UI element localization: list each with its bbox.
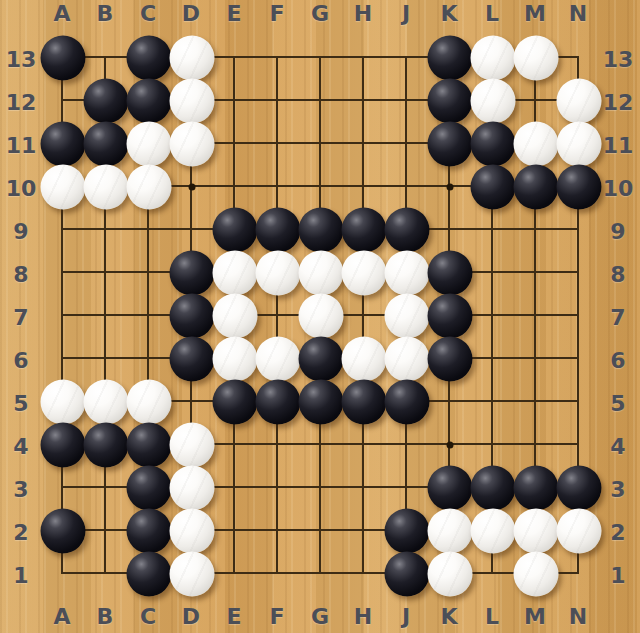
row-label-9: 9 <box>610 219 625 244</box>
white-stone-N11[interactable] <box>557 122 602 167</box>
col-label-J: J <box>402 1 410 26</box>
black-stone-H5[interactable] <box>342 380 387 425</box>
black-stone-H9[interactable] <box>342 208 387 253</box>
black-stone-A13[interactable] <box>41 36 86 81</box>
row-label-7: 7 <box>610 305 625 330</box>
row-label-5: 5 <box>13 391 28 416</box>
white-stone-F8[interactable] <box>256 251 301 296</box>
white-stone-G7[interactable] <box>299 294 344 339</box>
black-stone-F5[interactable] <box>256 380 301 425</box>
col-label-L: L <box>485 604 499 629</box>
white-stone-C11[interactable] <box>127 122 172 167</box>
black-stone-L11[interactable] <box>471 122 516 167</box>
black-stone-C1[interactable] <box>127 552 172 597</box>
col-label-A: A <box>53 1 70 26</box>
row-label-6: 6 <box>13 348 28 373</box>
black-stone-L10[interactable] <box>471 165 516 210</box>
black-stone-G5[interactable] <box>299 380 344 425</box>
black-stone-A11[interactable] <box>41 122 86 167</box>
col-label-N: N <box>569 604 587 629</box>
white-stone-H8[interactable] <box>342 251 387 296</box>
black-stone-K12[interactable] <box>428 79 473 124</box>
col-label-B: B <box>97 1 114 26</box>
row-label-3: 3 <box>13 477 28 502</box>
black-stone-C12[interactable] <box>127 79 172 124</box>
black-stone-K7[interactable] <box>428 294 473 339</box>
col-label-B: B <box>97 604 114 629</box>
star-point-K4 <box>447 442 454 449</box>
black-stone-G9[interactable] <box>299 208 344 253</box>
black-stone-J5[interactable] <box>385 380 430 425</box>
white-stone-J8[interactable] <box>385 251 430 296</box>
white-stone-B10[interactable] <box>84 165 129 210</box>
go-board[interactable]: ABCDEFGHJKLMN ABCDEFGHJKLMN 131211109876… <box>0 0 640 633</box>
col-label-E: E <box>226 1 241 26</box>
black-stone-A2[interactable] <box>41 509 86 554</box>
col-label-F: F <box>269 604 284 629</box>
black-stone-E9[interactable] <box>213 208 258 253</box>
black-stone-C4[interactable] <box>127 423 172 468</box>
row-label-12: 12 <box>603 90 634 115</box>
black-stone-C3[interactable] <box>127 466 172 511</box>
black-stone-K11[interactable] <box>428 122 473 167</box>
black-stone-C2[interactable] <box>127 509 172 554</box>
black-stone-B4[interactable] <box>84 423 129 468</box>
white-stone-E7[interactable] <box>213 294 258 339</box>
col-label-C: C <box>140 604 156 629</box>
col-label-J: J <box>402 604 410 629</box>
row-label-8: 8 <box>610 262 625 287</box>
row-label-10: 10 <box>603 176 634 201</box>
row-label-9: 9 <box>13 219 28 244</box>
white-stone-L2[interactable] <box>471 509 516 554</box>
col-label-K: K <box>440 1 457 26</box>
star-point-K10 <box>447 184 454 191</box>
white-stone-D12[interactable] <box>170 79 215 124</box>
white-stone-C10[interactable] <box>127 165 172 210</box>
white-stone-M2[interactable] <box>514 509 559 554</box>
white-stone-D11[interactable] <box>170 122 215 167</box>
white-stone-M1[interactable] <box>514 552 559 597</box>
row-label-8: 8 <box>13 262 28 287</box>
row-label-2: 2 <box>610 520 625 545</box>
row-label-1: 1 <box>13 563 28 588</box>
black-stone-K3[interactable] <box>428 466 473 511</box>
col-label-C: C <box>140 1 156 26</box>
white-stone-E6[interactable] <box>213 337 258 382</box>
black-stone-A4[interactable] <box>41 423 86 468</box>
white-stone-D13[interactable] <box>170 36 215 81</box>
black-stone-N3[interactable] <box>557 466 602 511</box>
white-stone-K2[interactable] <box>428 509 473 554</box>
white-stone-H6[interactable] <box>342 337 387 382</box>
col-label-H: H <box>354 604 372 629</box>
black-stone-E5[interactable] <box>213 380 258 425</box>
white-stone-D4[interactable] <box>170 423 215 468</box>
white-stone-A10[interactable] <box>41 165 86 210</box>
black-stone-B11[interactable] <box>84 122 129 167</box>
black-stone-B12[interactable] <box>84 79 129 124</box>
black-stone-K8[interactable] <box>428 251 473 296</box>
row-label-2: 2 <box>13 520 28 545</box>
row-label-7: 7 <box>13 305 28 330</box>
col-label-G: G <box>311 604 329 629</box>
white-stone-D2[interactable] <box>170 509 215 554</box>
row-label-1: 1 <box>610 563 625 588</box>
white-stone-L12[interactable] <box>471 79 516 124</box>
white-stone-J6[interactable] <box>385 337 430 382</box>
black-stone-D7[interactable] <box>170 294 215 339</box>
col-label-E: E <box>226 604 241 629</box>
row-label-4: 4 <box>13 434 28 459</box>
col-label-L: L <box>485 1 499 26</box>
black-stone-M3[interactable] <box>514 466 559 511</box>
black-stone-C13[interactable] <box>127 36 172 81</box>
black-stone-N10[interactable] <box>557 165 602 210</box>
black-stone-K6[interactable] <box>428 337 473 382</box>
col-label-K: K <box>440 604 457 629</box>
col-label-G: G <box>311 1 329 26</box>
white-stone-L13[interactable] <box>471 36 516 81</box>
row-label-3: 3 <box>610 477 625 502</box>
white-stone-C5[interactable] <box>127 380 172 425</box>
col-label-N: N <box>569 1 587 26</box>
black-stone-L3[interactable] <box>471 466 516 511</box>
white-stone-M11[interactable] <box>514 122 559 167</box>
col-label-H: H <box>354 1 372 26</box>
white-stone-B5[interactable] <box>84 380 129 425</box>
white-stone-N12[interactable] <box>557 79 602 124</box>
black-stone-J9[interactable] <box>385 208 430 253</box>
col-label-M: M <box>524 1 546 26</box>
col-label-D: D <box>182 1 200 26</box>
star-point-D10 <box>189 184 196 191</box>
white-stone-D1[interactable] <box>170 552 215 597</box>
col-label-A: A <box>53 604 70 629</box>
white-stone-J7[interactable] <box>385 294 430 339</box>
white-stone-E8[interactable] <box>213 251 258 296</box>
col-label-F: F <box>269 1 284 26</box>
black-stone-J2[interactable] <box>385 509 430 554</box>
row-label-12: 12 <box>6 90 37 115</box>
black-stone-K13[interactable] <box>428 36 473 81</box>
row-label-5: 5 <box>610 391 625 416</box>
black-stone-M10[interactable] <box>514 165 559 210</box>
white-stone-G8[interactable] <box>299 251 344 296</box>
white-stone-M13[interactable] <box>514 36 559 81</box>
row-label-10: 10 <box>6 176 37 201</box>
col-label-M: M <box>524 604 546 629</box>
white-stone-F6[interactable] <box>256 337 301 382</box>
white-stone-D3[interactable] <box>170 466 215 511</box>
row-label-6: 6 <box>610 348 625 373</box>
row-label-13: 13 <box>603 47 634 72</box>
row-label-13: 13 <box>6 47 37 72</box>
row-label-11: 11 <box>6 133 37 158</box>
black-stone-F9[interactable] <box>256 208 301 253</box>
black-stone-D8[interactable] <box>170 251 215 296</box>
black-stone-J1[interactable] <box>385 552 430 597</box>
row-label-4: 4 <box>610 434 625 459</box>
white-stone-N2[interactable] <box>557 509 602 554</box>
black-stone-D6[interactable] <box>170 337 215 382</box>
white-stone-K1[interactable] <box>428 552 473 597</box>
row-label-11: 11 <box>603 133 634 158</box>
col-label-D: D <box>182 604 200 629</box>
white-stone-A5[interactable] <box>41 380 86 425</box>
black-stone-G6[interactable] <box>299 337 344 382</box>
